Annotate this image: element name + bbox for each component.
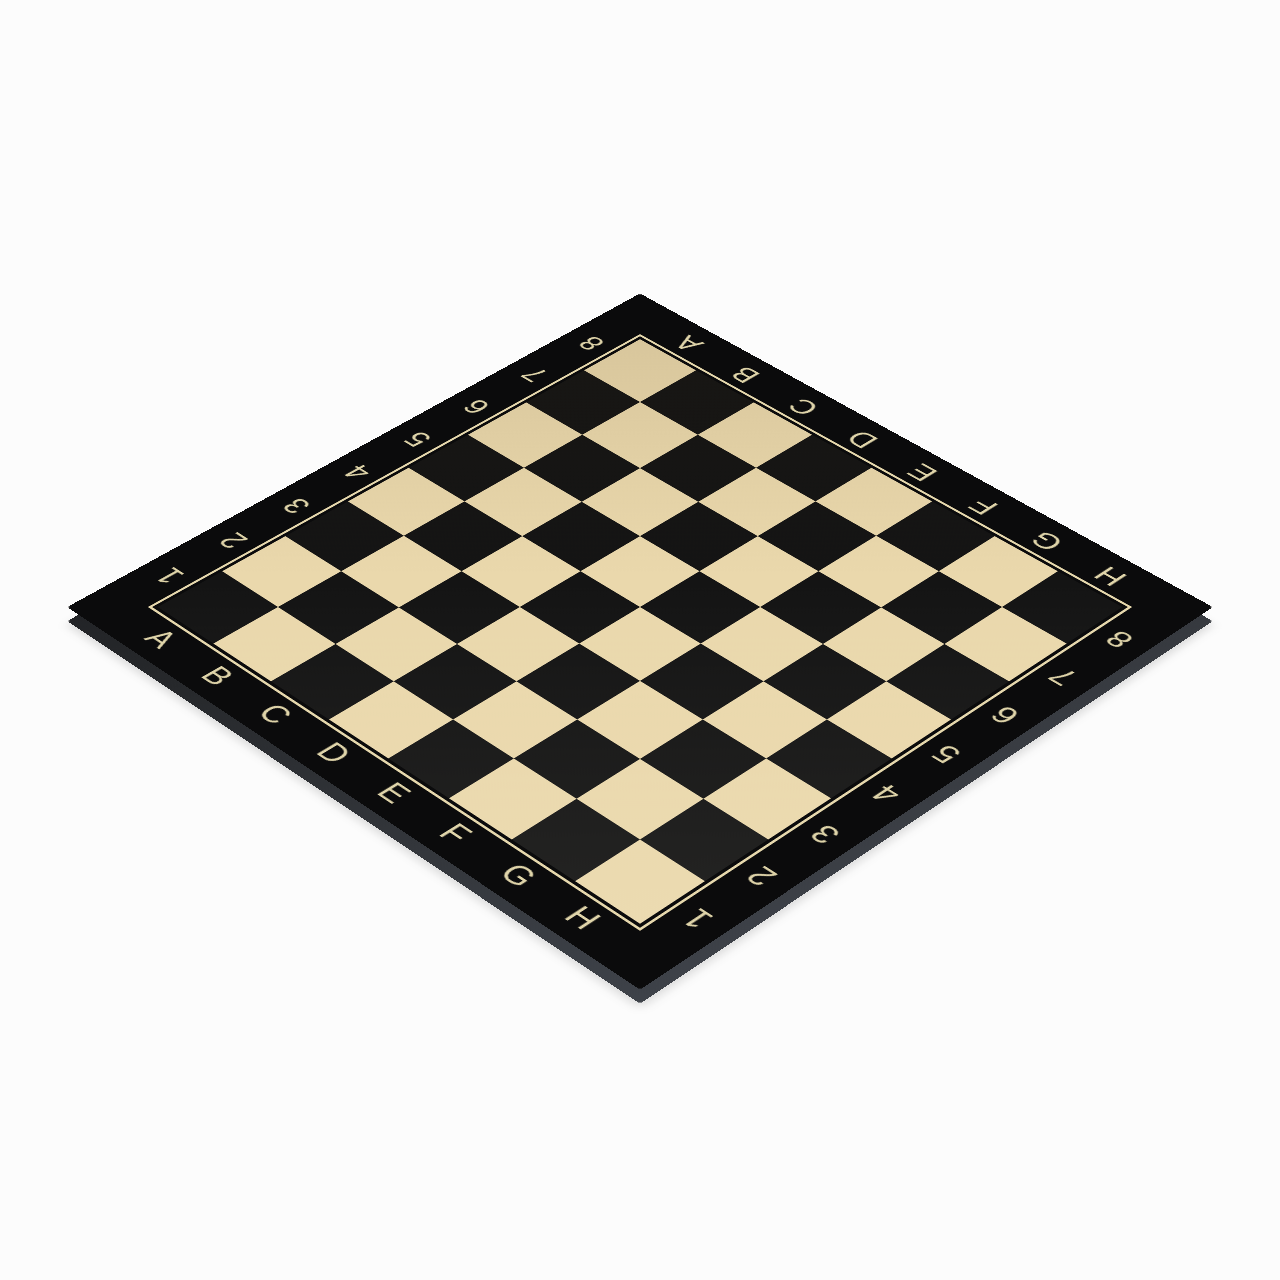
chess-board: ABCDEFGH ABCDEFGH 87654321 87654321 [67,293,1213,989]
product-photo-scene: ABCDEFGH ABCDEFGH 87654321 87654321 [0,0,1280,1280]
playing-field [158,339,1122,924]
